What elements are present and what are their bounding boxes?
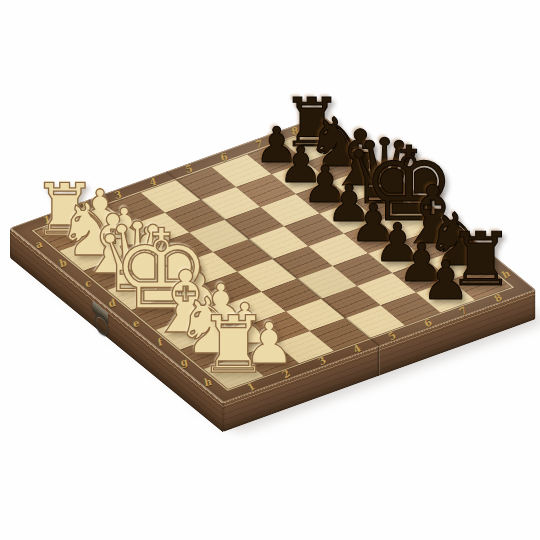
- chess-set-photo: aabbccddeeffgghh1122334455667788 ♜♞♝♛♚♝♞…: [0, 0, 540, 540]
- fold-seam-icon: [378, 345, 380, 376]
- chess-board: [10, 115, 536, 402]
